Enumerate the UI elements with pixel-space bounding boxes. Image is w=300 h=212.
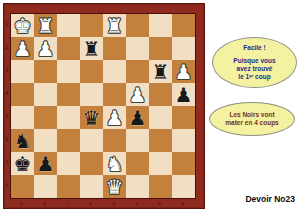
hint-bubble-title: Facile ! bbox=[243, 44, 265, 52]
black-queen: ♛ bbox=[80, 106, 103, 129]
square-g2: ♟ bbox=[34, 37, 57, 60]
square-a2 bbox=[172, 37, 195, 60]
square-a6 bbox=[172, 129, 195, 152]
file-label-h: h bbox=[10, 201, 33, 206]
square-e5: ♛ bbox=[80, 106, 103, 129]
square-g4 bbox=[34, 83, 57, 106]
square-g5 bbox=[34, 106, 57, 129]
square-c1 bbox=[126, 14, 149, 37]
rank-label-1: 1 bbox=[4, 22, 10, 27]
square-c5: ♟ bbox=[126, 106, 149, 129]
rank-label-7: 7 bbox=[4, 160, 10, 165]
file-label-f: f bbox=[56, 201, 79, 206]
square-c7 bbox=[126, 152, 149, 175]
white-pawn: ♟ bbox=[34, 37, 57, 60]
task-bubble: Les Noirs vont mater en 4 coups bbox=[209, 102, 295, 136]
file-label-g: g bbox=[33, 201, 56, 206]
rank-label-8: 8 bbox=[4, 183, 10, 188]
black-pawn: ♟ bbox=[34, 152, 57, 175]
square-a7 bbox=[172, 152, 195, 175]
square-b3: ♜ bbox=[149, 60, 172, 83]
rank-label-4: 4 bbox=[4, 91, 10, 96]
black-rook: ♜ bbox=[80, 37, 103, 60]
square-h7: ♚ bbox=[11, 152, 34, 175]
square-h6: ♞ bbox=[11, 129, 34, 152]
white-rook: ♜ bbox=[103, 14, 126, 37]
square-c6 bbox=[126, 129, 149, 152]
square-c2 bbox=[126, 37, 149, 60]
chess-board: ♚♜♜♟♟♜♜♟♟♟♛♟♟♞♚♟♞♛ bbox=[10, 13, 196, 199]
square-e1 bbox=[80, 14, 103, 37]
square-b4 bbox=[149, 83, 172, 106]
square-h2: ♟ bbox=[11, 37, 34, 60]
task-bubble-line: Les Noirs vont bbox=[229, 111, 274, 119]
square-f1 bbox=[57, 14, 80, 37]
square-g7: ♟ bbox=[34, 152, 57, 175]
task-bubble-line: mater en 4 coups bbox=[225, 119, 278, 127]
file-label-b: b bbox=[148, 201, 171, 206]
rank-label-2: 2 bbox=[4, 45, 10, 50]
square-b8 bbox=[149, 175, 172, 198]
black-rook: ♜ bbox=[149, 60, 172, 83]
square-d6 bbox=[103, 129, 126, 152]
hint-bubble-line: avez trouvé bbox=[237, 65, 273, 73]
square-b7 bbox=[149, 152, 172, 175]
square-e7 bbox=[80, 152, 103, 175]
square-d8: ♛ bbox=[103, 175, 126, 198]
hint-bubble-line: Puisque vous bbox=[233, 57, 275, 65]
square-f5 bbox=[57, 106, 80, 129]
worksheet-page: ♚♜♜♟♟♜♜♟♟♟♛♟♟♞♚♟♞♛ 12345678hgfedcba Faci… bbox=[0, 0, 300, 212]
file-label-d: d bbox=[102, 201, 125, 206]
square-b5 bbox=[149, 106, 172, 129]
square-e2: ♜ bbox=[80, 37, 103, 60]
square-a1 bbox=[172, 14, 195, 37]
square-g8 bbox=[34, 175, 57, 198]
rank-label-6: 6 bbox=[4, 137, 10, 142]
square-h5 bbox=[11, 106, 34, 129]
black-pawn: ♟ bbox=[172, 83, 195, 106]
square-f2 bbox=[57, 37, 80, 60]
white-queen: ♛ bbox=[103, 175, 126, 198]
white-knight: ♞ bbox=[103, 152, 126, 175]
square-e4 bbox=[80, 83, 103, 106]
black-king: ♚ bbox=[11, 152, 34, 175]
square-e3 bbox=[80, 60, 103, 83]
white-rook: ♜ bbox=[34, 14, 57, 37]
square-c3 bbox=[126, 60, 149, 83]
white-pawn: ♟ bbox=[103, 106, 126, 129]
square-e8 bbox=[80, 175, 103, 198]
square-a4: ♟ bbox=[172, 83, 195, 106]
white-king: ♚ bbox=[11, 14, 34, 37]
square-d7: ♞ bbox=[103, 152, 126, 175]
square-f4 bbox=[57, 83, 80, 106]
square-c4: ♟ bbox=[126, 83, 149, 106]
square-g6 bbox=[34, 129, 57, 152]
white-pawn: ♟ bbox=[126, 83, 149, 106]
square-b1 bbox=[149, 14, 172, 37]
white-pawn: ♟ bbox=[172, 60, 195, 83]
square-g3 bbox=[34, 60, 57, 83]
white-pawn: ♟ bbox=[11, 37, 34, 60]
file-label-e: e bbox=[79, 201, 102, 206]
rank-label-5: 5 bbox=[4, 114, 10, 119]
square-a5 bbox=[172, 106, 195, 129]
square-d5: ♟ bbox=[103, 106, 126, 129]
square-f3 bbox=[57, 60, 80, 83]
hint-bubble: Facile ! Puisque vous avez trouvé le 1ᵉʳ… bbox=[212, 37, 297, 88]
file-label-a: a bbox=[171, 201, 194, 206]
square-h8 bbox=[11, 175, 34, 198]
square-b6 bbox=[149, 129, 172, 152]
black-knight: ♞ bbox=[11, 129, 34, 152]
square-f8 bbox=[57, 175, 80, 198]
square-d4 bbox=[103, 83, 126, 106]
square-c8 bbox=[126, 175, 149, 198]
square-g1: ♜ bbox=[34, 14, 57, 37]
file-label-c: c bbox=[125, 201, 148, 206]
square-a3: ♟ bbox=[172, 60, 195, 83]
square-h3 bbox=[11, 60, 34, 83]
black-pawn: ♟ bbox=[126, 106, 149, 129]
square-b2 bbox=[149, 37, 172, 60]
square-f6 bbox=[57, 129, 80, 152]
square-e6 bbox=[80, 129, 103, 152]
square-a8 bbox=[172, 175, 195, 198]
square-h1: ♚ bbox=[11, 14, 34, 37]
square-d3 bbox=[103, 60, 126, 83]
square-d2 bbox=[103, 37, 126, 60]
rank-label-3: 3 bbox=[4, 68, 10, 73]
board-frame: ♚♜♜♟♟♜♜♟♟♟♛♟♟♞♚♟♞♛ 12345678hgfedcba bbox=[3, 3, 205, 209]
worksheet-caption: Devoir No23 bbox=[233, 194, 295, 204]
hint-bubble-line: le 1ᵉʳ coup bbox=[238, 73, 270, 81]
square-h4 bbox=[11, 83, 34, 106]
square-f7 bbox=[57, 152, 80, 175]
square-d1: ♜ bbox=[103, 14, 126, 37]
